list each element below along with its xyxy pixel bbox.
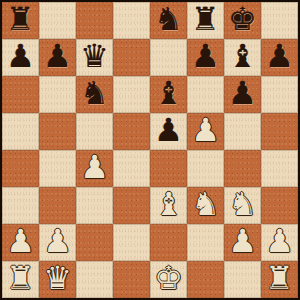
square-d8[interactable] (113, 2, 150, 39)
white-pawn-piece[interactable]: ♟ (265, 224, 294, 260)
square-c1[interactable] (76, 261, 113, 298)
square-c3[interactable] (76, 187, 113, 224)
square-e2[interactable] (150, 224, 187, 261)
square-d6[interactable] (113, 76, 150, 113)
white-pawn-piece[interactable]: ♟ (6, 224, 35, 260)
square-f8[interactable]: ♜ (187, 2, 224, 39)
square-d7[interactable] (113, 39, 150, 76)
black-knight-piece[interactable]: ♞ (80, 76, 109, 112)
square-a5[interactable] (2, 113, 39, 150)
square-h4[interactable] (261, 150, 298, 187)
square-h3[interactable] (261, 187, 298, 224)
chess-board: ♜♞♜♚♟♟♛♟♝♟♞♝♟♟♟♟♝♞♞♟♟♟♟♜♛♚♜ (0, 0, 300, 300)
square-f2[interactable] (187, 224, 224, 261)
square-a4[interactable] (2, 150, 39, 187)
square-b7[interactable]: ♟ (39, 39, 76, 76)
square-b8[interactable] (39, 2, 76, 39)
black-bishop-piece[interactable]: ♝ (228, 39, 257, 75)
white-rook-piece[interactable]: ♜ (6, 261, 35, 297)
square-g6[interactable]: ♟ (224, 76, 261, 113)
square-g2[interactable]: ♟ (224, 224, 261, 261)
square-f7[interactable]: ♟ (187, 39, 224, 76)
square-e1[interactable]: ♚ (150, 261, 187, 298)
black-pawn-piece[interactable]: ♟ (191, 39, 220, 75)
square-e7[interactable] (150, 39, 187, 76)
white-knight-piece[interactable]: ♞ (228, 187, 257, 223)
black-knight-piece[interactable]: ♞ (154, 2, 183, 38)
black-king-piece[interactable]: ♚ (228, 2, 257, 38)
square-g1[interactable] (224, 261, 261, 298)
white-rook-piece[interactable]: ♜ (265, 261, 294, 297)
white-pawn-piece[interactable]: ♟ (80, 150, 109, 186)
black-pawn-piece[interactable]: ♟ (6, 39, 35, 75)
black-pawn-piece[interactable]: ♟ (43, 39, 72, 75)
square-b3[interactable] (39, 187, 76, 224)
black-pawn-piece[interactable]: ♟ (154, 113, 183, 149)
square-a8[interactable]: ♜ (2, 2, 39, 39)
square-c2[interactable] (76, 224, 113, 261)
square-d1[interactable] (113, 261, 150, 298)
square-c6[interactable]: ♞ (76, 76, 113, 113)
square-a2[interactable]: ♟ (2, 224, 39, 261)
square-b2[interactable]: ♟ (39, 224, 76, 261)
square-g7[interactable]: ♝ (224, 39, 261, 76)
square-f3[interactable]: ♞ (187, 187, 224, 224)
square-h5[interactable] (261, 113, 298, 150)
square-d4[interactable] (113, 150, 150, 187)
white-bishop-piece[interactable]: ♝ (154, 187, 183, 223)
black-rook-piece[interactable]: ♜ (6, 2, 35, 38)
white-pawn-piece[interactable]: ♟ (191, 113, 220, 149)
square-f6[interactable] (187, 76, 224, 113)
black-queen-piece[interactable]: ♛ (80, 39, 109, 75)
square-g8[interactable]: ♚ (224, 2, 261, 39)
black-pawn-piece[interactable]: ♟ (265, 39, 294, 75)
square-h6[interactable] (261, 76, 298, 113)
square-f4[interactable] (187, 150, 224, 187)
square-f5[interactable]: ♟ (187, 113, 224, 150)
white-queen-piece[interactable]: ♛ (43, 261, 72, 297)
square-g5[interactable] (224, 113, 261, 150)
square-d5[interactable] (113, 113, 150, 150)
square-c5[interactable] (76, 113, 113, 150)
black-pawn-piece[interactable]: ♟ (228, 76, 257, 112)
square-g4[interactable] (224, 150, 261, 187)
square-a3[interactable] (2, 187, 39, 224)
white-king-piece[interactable]: ♚ (154, 261, 183, 297)
square-a1[interactable]: ♜ (2, 261, 39, 298)
square-a6[interactable] (2, 76, 39, 113)
square-h7[interactable]: ♟ (261, 39, 298, 76)
black-bishop-piece[interactable]: ♝ (154, 76, 183, 112)
square-c8[interactable] (76, 2, 113, 39)
square-c7[interactable]: ♛ (76, 39, 113, 76)
square-a7[interactable]: ♟ (2, 39, 39, 76)
white-pawn-piece[interactable]: ♟ (43, 224, 72, 260)
square-b1[interactable]: ♛ (39, 261, 76, 298)
square-b5[interactable] (39, 113, 76, 150)
square-e6[interactable]: ♝ (150, 76, 187, 113)
square-e5[interactable]: ♟ (150, 113, 187, 150)
square-c4[interactable]: ♟ (76, 150, 113, 187)
square-e3[interactable]: ♝ (150, 187, 187, 224)
square-f1[interactable] (187, 261, 224, 298)
square-h8[interactable] (261, 2, 298, 39)
square-b6[interactable] (39, 76, 76, 113)
square-h2[interactable]: ♟ (261, 224, 298, 261)
square-e4[interactable] (150, 150, 187, 187)
square-d3[interactable] (113, 187, 150, 224)
square-e8[interactable]: ♞ (150, 2, 187, 39)
white-pawn-piece[interactable]: ♟ (228, 224, 257, 260)
square-b4[interactable] (39, 150, 76, 187)
square-h1[interactable]: ♜ (261, 261, 298, 298)
square-g3[interactable]: ♞ (224, 187, 261, 224)
black-rook-piece[interactable]: ♜ (191, 2, 220, 38)
white-knight-piece[interactable]: ♞ (191, 187, 220, 223)
square-d2[interactable] (113, 224, 150, 261)
